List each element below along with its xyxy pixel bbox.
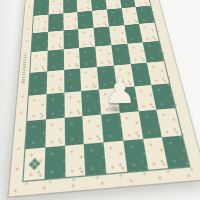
square-c4[interactable]: [64, 68, 82, 92]
square-a4[interactable]: [29, 71, 47, 95]
square-b5[interactable]: [47, 49, 64, 71]
square-d3[interactable]: [81, 90, 101, 117]
square-d1[interactable]: [84, 142, 106, 175]
square-h3[interactable]: [152, 83, 175, 109]
square-h6[interactable]: [139, 23, 159, 43]
square-b3[interactable]: [46, 93, 64, 120]
square-c3[interactable]: [64, 91, 83, 118]
square-a7[interactable]: [33, 15, 49, 34]
square-h7[interactable]: [136, 6, 155, 24]
border-fine-print: [21, 55, 26, 85]
square-b7[interactable]: [48, 13, 63, 32]
white-pawn[interactable]: ♟: [102, 71, 138, 111]
square-c7[interactable]: [63, 12, 78, 30]
square-a1[interactable]: ❖: [24, 148, 45, 181]
logo-emblem: ❖: [24, 148, 45, 181]
square-a5[interactable]: [30, 51, 47, 73]
square-a6[interactable]: [32, 32, 48, 52]
square-a8[interactable]: [34, 0, 49, 16]
square-d6[interactable]: [78, 28, 95, 48]
square-c1[interactable]: [65, 144, 86, 177]
square-c5[interactable]: [63, 48, 80, 70]
square-b4[interactable]: [46, 70, 64, 94]
square-d4[interactable]: [80, 67, 99, 91]
square-b2[interactable]: [45, 118, 65, 148]
square-d7[interactable]: [78, 11, 94, 29]
square-b8[interactable]: [48, 0, 63, 15]
square-d2[interactable]: [83, 115, 104, 145]
square-h2[interactable]: [157, 108, 182, 137]
square-h5[interactable]: [143, 41, 164, 63]
square-b1[interactable]: [44, 146, 65, 179]
board-photo: ❖ ♟: [0, 0, 200, 200]
square-d5[interactable]: [79, 47, 97, 69]
square-h4[interactable]: [147, 61, 169, 85]
square-c2[interactable]: [64, 116, 84, 146]
square-c6[interactable]: [63, 29, 79, 49]
pawn-shadow: [107, 106, 127, 112]
square-a3[interactable]: [27, 94, 46, 121]
square-b6[interactable]: [47, 31, 63, 51]
square-a2[interactable]: [25, 119, 45, 149]
